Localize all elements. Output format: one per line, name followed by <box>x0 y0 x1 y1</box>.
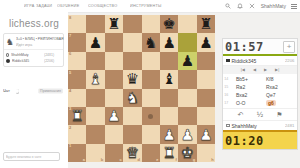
square-a1[interactable]: a1 <box>68 144 86 162</box>
piece-black-king[interactable]: ♚ <box>162 15 175 33</box>
file-coordinate: a <box>83 158 85 162</box>
black-player-rating: (2206) <box>44 59 54 62</box>
rank-coordinate: 5 <box>69 71 71 75</box>
piece-black-pawn[interactable]: ♟ <box>199 34 212 52</box>
square-b1[interactable]: b <box>86 144 104 162</box>
square-b2[interactable] <box>86 125 104 143</box>
square-h6[interactable] <box>197 52 215 70</box>
piece-white-knight[interactable]: ♞ <box>126 89 139 107</box>
top-clock-time: 01:57 <box>225 40 264 54</box>
nav-item-learn[interactable]: ОБУЧЕНИЕ <box>57 4 79 8</box>
square-c5[interactable] <box>105 70 123 88</box>
square-h1[interactable]: h <box>197 144 215 162</box>
bottom-player-row: ShahhMaty 2481 <box>223 120 297 130</box>
white-color-icon <box>6 53 9 57</box>
square-f5[interactable]: ♝ <box>160 70 178 88</box>
chess-board[interactable]: 8♜♚♜7♟♞♟♟6♟5♝♛♝4♞♜3♟2♟♟♟a1bc♛de♜f♚gh <box>68 15 215 162</box>
black-color-icon <box>6 59 10 63</box>
nav-item-play[interactable]: ИГРА <box>24 4 34 8</box>
square-d4[interactable]: ♞ <box>123 89 141 107</box>
square-e1[interactable]: e <box>142 144 160 162</box>
next-move-button[interactable]: ▶ <box>264 68 267 72</box>
move-number: 16 <box>223 93 230 97</box>
piece-black-queen[interactable]: ♛ <box>126 70 139 88</box>
white-move[interactable]: Bb5+ <box>234 76 264 82</box>
square-d5[interactable]: ♛ <box>123 70 141 88</box>
square-b6[interactable] <box>86 52 104 70</box>
file-coordinate: d <box>138 158 140 162</box>
piece-white-pawn[interactable]: ♟ <box>107 107 120 125</box>
file-coordinate: h <box>211 158 213 162</box>
black-move[interactable]: Rxa2 <box>264 84 297 90</box>
square-g4[interactable] <box>178 89 196 107</box>
white-move[interactable]: Ra2 <box>234 84 264 90</box>
white-piece-color-icon <box>226 124 230 128</box>
piece-black-pawn[interactable]: ♟ <box>181 52 194 70</box>
menu-icon[interactable] <box>291 4 297 9</box>
move-number: 15 <box>223 85 230 89</box>
square-d3[interactable] <box>123 107 141 125</box>
square-f2[interactable]: ♟ <box>160 125 178 143</box>
square-f1[interactable]: ♜f <box>160 144 178 162</box>
nav-item-tools[interactable]: ИНСТРУМЕНТЫ <box>130 4 162 8</box>
white-player-rating: (2481) <box>44 53 54 56</box>
move-list: 14 Bb5+ Kf8 15 Ra2 Rxa2 16 Bxa2 Qe7 17 O… <box>223 74 297 108</box>
move-row: 14 Bb5+ Kf8 <box>223 75 297 83</box>
white-move[interactable]: Bxa2 <box>234 92 264 98</box>
current-move-highlight: g6 <box>266 100 276 106</box>
bottom-player-name[interactable]: ShahhMaty <box>232 123 257 129</box>
square-b5[interactable]: ♝ <box>86 70 104 88</box>
square-b3[interactable] <box>86 107 104 125</box>
nav-item-community[interactable]: СООБЩЕСТВО <box>88 4 117 8</box>
piece-black-rook[interactable]: ♜ <box>107 15 120 33</box>
square-h7[interactable]: ♟ <box>197 33 215 51</box>
rank-coordinate: 4 <box>69 89 71 93</box>
move-number: 17 <box>223 101 230 105</box>
rank-coordinate: 2 <box>69 126 71 130</box>
square-c7[interactable] <box>105 33 123 51</box>
piece-white-bishop[interactable]: ♝ <box>89 70 102 88</box>
square-d8[interactable] <box>123 15 141 33</box>
square-g2[interactable]: ♟ <box>178 125 196 143</box>
square-a6[interactable]: 6 <box>68 52 86 70</box>
blitz-speed-icon: ♞ <box>6 38 14 47</box>
tab-chat[interactable]: Чат <box>3 89 10 93</box>
game-meta-line: 3+0 • БЛИЦ • РЕЙТИНГОВАЯ <box>16 37 64 40</box>
black-move[interactable]: Kf8 <box>264 76 297 82</box>
game-actions: ↶ ½ ⚑ <box>223 108 297 120</box>
chat-input[interactable]: Будьте вежливы в чате <box>3 152 60 161</box>
square-c6[interactable] <box>105 52 123 70</box>
square-g5[interactable] <box>178 70 196 88</box>
square-f7[interactable]: ♟ <box>160 33 178 51</box>
top-clock: 01:57 + <box>223 39 297 54</box>
black-player-line: Riddick345 (2206) <box>6 58 61 64</box>
square-a3[interactable]: ♜3 <box>68 107 86 125</box>
chat-header: Чат Примечания <box>3 87 63 95</box>
piece-white-pawn[interactable]: ♟ <box>199 126 212 144</box>
square-c2[interactable] <box>105 125 123 143</box>
square-f4[interactable] <box>160 89 178 107</box>
bottom-clock-active: 01:20 <box>223 132 297 149</box>
search-icon[interactable] <box>225 3 232 10</box>
give-time-button[interactable]: + <box>283 41 295 53</box>
square-a5[interactable]: 5 <box>68 70 86 88</box>
square-e4[interactable] <box>142 89 160 107</box>
square-h4[interactable] <box>197 89 215 107</box>
lichess-logo[interactable]: lichess.org <box>0 18 68 29</box>
piece-white-rook[interactable]: ♜ <box>162 144 175 162</box>
square-f3[interactable] <box>160 107 178 125</box>
square-h5[interactable] <box>197 70 215 88</box>
square-c4[interactable] <box>105 89 123 107</box>
file-coordinate: f <box>176 158 177 162</box>
game-status-line: Идёт игра <box>16 43 64 46</box>
file-coordinate: g <box>193 158 195 162</box>
nav-username[interactable]: ShahhMaty <box>261 3 286 9</box>
square-f6[interactable] <box>160 52 178 70</box>
square-a4[interactable]: 4 <box>68 89 86 107</box>
square-c1[interactable]: c <box>105 144 123 162</box>
rank-coordinate: 6 <box>69 52 71 56</box>
square-h8[interactable]: ♜ <box>197 15 215 33</box>
prev-move-button[interactable]: ◀ <box>253 68 256 72</box>
piece-black-knight[interactable]: ♞ <box>144 34 157 52</box>
file-coordinate: b <box>101 158 103 162</box>
square-f8[interactable]: ♚ <box>160 15 178 33</box>
bottom-player-rating: 2481 <box>285 123 294 127</box>
bottom-clock-time: 01:20 <box>225 134 264 148</box>
white-move[interactable]: O-O <box>234 100 264 106</box>
square-e5[interactable] <box>142 70 160 88</box>
square-e3[interactable] <box>142 107 160 125</box>
square-d7[interactable] <box>123 33 141 51</box>
file-coordinate: e <box>156 158 158 162</box>
square-b7[interactable]: ♟ <box>86 33 104 51</box>
first-move-button[interactable]: |◀ <box>241 68 245 72</box>
square-g8[interactable] <box>178 15 196 33</box>
top-player-name[interactable]: Riddick345 <box>232 58 257 64</box>
square-d1[interactable]: ♛d <box>123 144 141 162</box>
piece-white-pawn[interactable]: ♟ <box>162 126 175 144</box>
move-row: 16 Bxa2 Qe7 <box>223 91 297 99</box>
piece-black-rook[interactable]: ♜ <box>199 15 212 33</box>
piece-white-rook[interactable]: ♜ <box>70 107 83 125</box>
nav-item-puzzles[interactable]: ЗАДАЧИ <box>36 4 52 8</box>
last-move-highlight <box>178 33 196 51</box>
black-move current-move[interactable]: g6 <box>264 100 297 106</box>
challenge-swords-icon[interactable] <box>249 3 256 10</box>
piece-black-bishop[interactable]: ♝ <box>162 70 175 88</box>
white-player-name[interactable]: ShahhMaty <box>11 53 29 56</box>
square-a2[interactable]: 2 <box>68 125 86 143</box>
move-row: 17 O-O g6 <box>223 99 297 107</box>
move-number: 14 <box>223 77 230 81</box>
file-coordinate: c <box>119 158 121 162</box>
square-g3[interactable] <box>178 107 196 125</box>
game-side-panel: 01:57 + Riddick345 2206 |◀ ◀ ▶ ▶| 14 Bb5… <box>222 38 298 150</box>
rank-coordinate: 7 <box>69 34 71 38</box>
move-row: 15 Ra2 Rxa2 <box>223 83 297 91</box>
resign-flag-button[interactable]: ⚑ <box>276 111 282 119</box>
square-a8[interactable]: 8 <box>68 15 86 33</box>
rank-coordinate: 8 <box>69 16 71 20</box>
piece-black-pawn[interactable]: ♟ <box>89 34 102 52</box>
square-c3[interactable]: ♟ <box>105 107 123 125</box>
left-panel: lichess.org ♞ 3+0 • БЛИЦ • РЕЙТИНГОВАЯ И… <box>0 12 68 168</box>
square-e8[interactable] <box>142 15 160 33</box>
chat-toggle[interactable] <box>16 89 19 94</box>
move-hint-dot <box>148 114 153 119</box>
black-move[interactable]: Qe7 <box>264 92 297 98</box>
square-h2[interactable]: ♟ <box>197 125 215 143</box>
piece-black-pawn[interactable]: ♟ <box>162 34 175 52</box>
square-e7[interactable]: ♞ <box>142 33 160 51</box>
square-g7[interactable] <box>178 33 196 51</box>
takeback-button[interactable]: ↶ <box>238 111 244 119</box>
square-c8[interactable]: ♜ <box>105 15 123 33</box>
square-b4[interactable] <box>86 89 104 107</box>
square-b8[interactable] <box>86 15 104 33</box>
lichess-app: ИГРА ЗАДАЧИ ОБУЧЕНИЕ СООБЩЕСТВО ИНСТРУМЕ… <box>0 0 300 168</box>
square-e2[interactable] <box>142 125 160 143</box>
draw-offer-button[interactable]: ½ <box>256 111 263 119</box>
rank-coordinate: 3 <box>69 107 71 111</box>
bell-icon[interactable] <box>237 3 244 10</box>
chat-input-placeholder: Будьте вежливы в чате <box>6 155 41 158</box>
square-a7[interactable]: 7 <box>68 33 86 51</box>
square-e6[interactable] <box>142 52 160 70</box>
black-piece-color-icon <box>226 59 230 63</box>
rank-coordinate: 1 <box>69 144 71 148</box>
top-player-rating: 2206 <box>285 58 294 62</box>
piece-white-pawn[interactable]: ♟ <box>181 126 194 144</box>
black-player-name[interactable]: Riddick345 <box>12 59 29 62</box>
move-controls: |◀ ◀ ▶ ▶| <box>223 66 297 74</box>
tab-notes[interactable]: Примечания <box>39 89 63 94</box>
square-h3[interactable] <box>197 107 215 125</box>
square-g1[interactable]: ♚g <box>178 144 196 162</box>
square-d6[interactable] <box>123 52 141 70</box>
last-move-button[interactable]: ▶| <box>275 68 279 72</box>
game-info-box: ♞ 3+0 • БЛИЦ • РЕЙТИНГОВАЯ Идёт игра Sha… <box>3 33 64 67</box>
square-g6[interactable]: ♟ <box>178 52 196 70</box>
top-player-row: Riddick345 2206 <box>223 56 297 66</box>
nav-menu: ИГРА ЗАДАЧИ ОБУЧЕНИЕ СООБЩЕСТВО ИНСТРУМЕ… <box>24 3 167 9</box>
square-d2[interactable] <box>123 125 141 143</box>
